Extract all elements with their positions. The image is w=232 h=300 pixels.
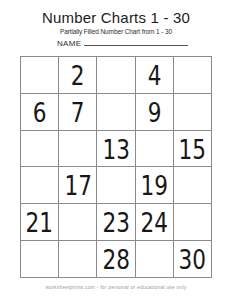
cell-number: 4 — [147, 61, 161, 89]
cell-number: 2 — [71, 61, 85, 89]
number-chart-grid: 24679131517192123242830 — [20, 56, 212, 278]
cell-r5-c1: 21 — [21, 204, 59, 241]
page-subtitle: Partially Filled Number Chart from 1 - 3… — [0, 28, 232, 35]
cell-number: 15 — [179, 135, 206, 163]
cell-r3-c4 — [136, 131, 174, 168]
page-title: Number Charts 1 - 30 — [0, 9, 232, 26]
cell-r1-c4: 4 — [136, 57, 174, 94]
cell-r4-c5 — [174, 167, 212, 204]
cell-r6-c5: 30 — [174, 241, 212, 278]
cell-r5-c5 — [174, 204, 212, 241]
cell-r3-c3: 13 — [97, 131, 135, 168]
cell-r2-c5 — [174, 94, 212, 131]
footer-credit: worksheetprints.com - for personal or ed… — [0, 284, 232, 290]
cell-r4-c2: 17 — [59, 167, 97, 204]
cell-number: 13 — [102, 135, 129, 163]
cell-number: 30 — [179, 245, 206, 273]
cell-r5-c2 — [59, 204, 97, 241]
name-row: NAME — [57, 38, 188, 48]
cell-r2-c1: 6 — [21, 94, 59, 131]
name-blank-line — [84, 38, 188, 46]
cell-r1-c5 — [174, 57, 212, 94]
cell-r3-c2 — [59, 131, 97, 168]
cell-number: 23 — [102, 208, 129, 236]
cell-r1-c2: 2 — [59, 57, 97, 94]
cell-r5-c3: 23 — [97, 204, 135, 241]
cell-number: 9 — [147, 98, 161, 126]
cell-r6-c4 — [136, 241, 174, 278]
cell-r6-c1 — [21, 241, 59, 278]
cell-r3-c5: 15 — [174, 131, 212, 168]
cell-number: 17 — [64, 171, 91, 199]
cell-r4-c3 — [97, 167, 135, 204]
cell-r1-c3 — [97, 57, 135, 94]
cell-r3-c1 — [21, 131, 59, 168]
cell-r2-c4: 9 — [136, 94, 174, 131]
cell-r6-c3: 28 — [97, 241, 135, 278]
cell-r4-c4: 19 — [136, 167, 174, 204]
cell-r2-c3 — [97, 94, 135, 131]
cell-r1-c1 — [21, 57, 59, 94]
cell-number: 21 — [26, 208, 53, 236]
name-label: NAME — [57, 39, 81, 48]
cell-number: 6 — [33, 98, 47, 126]
cell-number: 7 — [71, 98, 85, 126]
cell-number: 19 — [140, 171, 167, 199]
cell-r6-c2 — [59, 241, 97, 278]
cell-number: 28 — [102, 245, 129, 273]
cell-r5-c4: 24 — [136, 204, 174, 241]
cell-r4-c1 — [21, 167, 59, 204]
cell-number: 24 — [140, 208, 167, 236]
cell-r2-c2: 7 — [59, 94, 97, 131]
